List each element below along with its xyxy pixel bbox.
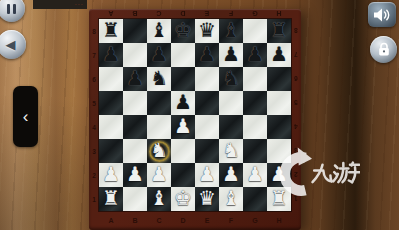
square-f5[interactable]	[219, 91, 243, 115]
square-b7[interactable]	[123, 43, 147, 67]
piece-white-pawn: ♟	[123, 163, 147, 187]
notice-bar: ···	[33, 0, 87, 9]
app-screen: ··· ◀ ‹ ABCDEFGH ABCDEFGH 87654321 87654…	[0, 0, 399, 230]
piece-white-pawn: ♟	[195, 163, 219, 187]
piece-white-queen: ♛	[195, 187, 219, 211]
file-label: E	[195, 213, 219, 228]
square-a8[interactable]: ♜	[99, 19, 123, 43]
rank-label: 8	[291, 19, 301, 43]
piece-black-knight: ♞	[147, 67, 171, 91]
square-f1[interactable]: ♝	[219, 187, 243, 211]
square-b2[interactable]: ♟	[123, 163, 147, 187]
coords-bottom: ABCDEFGH	[99, 213, 291, 228]
lock-button[interactable]	[370, 36, 397, 63]
file-label: B	[123, 9, 147, 19]
rank-label: 4	[291, 115, 301, 139]
chess-board: ABCDEFGH ABCDEFGH 87654321 87654321 ♜♝♚♛…	[89, 9, 301, 230]
square-d8[interactable]: ♚	[171, 19, 195, 43]
square-a5[interactable]	[99, 91, 123, 115]
rank-label: 2	[89, 163, 99, 187]
rank-label: 1	[89, 187, 99, 211]
pause-icon	[7, 4, 16, 14]
rank-label: 6	[291, 67, 301, 91]
rank-label: 7	[89, 43, 99, 67]
square-f2[interactable]: ♟	[219, 163, 243, 187]
piece-white-bishop: ♝	[219, 187, 243, 211]
rank-label: 4	[89, 115, 99, 139]
piece-white-knight: ♞	[219, 139, 243, 163]
square-g8[interactable]	[243, 19, 267, 43]
square-d4[interactable]: ♟	[171, 115, 195, 139]
square-a3[interactable]	[99, 139, 123, 163]
file-label: A	[99, 213, 123, 228]
square-d3[interactable]	[171, 139, 195, 163]
square-c6[interactable]: ♞	[147, 67, 171, 91]
piece-white-pawn: ♟	[147, 163, 171, 187]
sound-button[interactable]	[368, 2, 396, 27]
square-d5[interactable]: ♟	[171, 91, 195, 115]
square-c2[interactable]: ♟	[147, 163, 171, 187]
watermark-text	[310, 161, 360, 185]
coords-top: ABCDEFGH	[99, 9, 291, 19]
piece-black-rook: ♜	[99, 19, 123, 43]
piece-black-king: ♚	[171, 19, 195, 43]
square-c8[interactable]: ♝	[147, 19, 171, 43]
piece-white-king: ♚	[171, 187, 195, 211]
file-label: B	[123, 213, 147, 228]
square-h6[interactable]	[267, 67, 291, 91]
piece-black-bishop: ♝	[219, 19, 243, 43]
square-b1[interactable]	[123, 187, 147, 211]
square-e3[interactable]	[195, 139, 219, 163]
square-f8[interactable]: ♝	[219, 19, 243, 43]
square-g3[interactable]	[243, 139, 267, 163]
piece-black-pawn: ♟	[195, 43, 219, 67]
piece-black-pawn: ♟	[171, 91, 195, 115]
square-c4[interactable]	[147, 115, 171, 139]
piece-black-pawn: ♟	[267, 43, 291, 67]
square-e7[interactable]: ♟	[195, 43, 219, 67]
square-e1[interactable]: ♛	[195, 187, 219, 211]
square-b3[interactable]	[123, 139, 147, 163]
piece-black-pawn: ♟	[243, 43, 267, 67]
piece-white-pawn: ♟	[243, 163, 267, 187]
piece-white-bishop: ♝	[147, 187, 171, 211]
piece-black-queen: ♛	[195, 19, 219, 43]
piece-black-pawn: ♟	[147, 43, 171, 67]
square-f4[interactable]	[219, 115, 243, 139]
square-d1[interactable]: ♚	[171, 187, 195, 211]
square-e8[interactable]: ♛	[195, 19, 219, 43]
rank-label: 7	[291, 43, 301, 67]
square-g1[interactable]	[243, 187, 267, 211]
square-d2[interactable]	[171, 163, 195, 187]
square-h4[interactable]	[267, 115, 291, 139]
square-g5[interactable]	[243, 91, 267, 115]
file-label: G	[243, 9, 267, 19]
square-a4[interactable]	[99, 115, 123, 139]
square-h7[interactable]: ♟	[267, 43, 291, 67]
square-d7[interactable]	[171, 43, 195, 67]
square-g6[interactable]	[243, 67, 267, 91]
square-c3[interactable]: ♞	[147, 139, 171, 163]
watermark	[274, 145, 360, 207]
square-f3[interactable]: ♞	[219, 139, 243, 163]
square-b6[interactable]: ♟	[123, 67, 147, 91]
piece-black-pawn: ♟	[219, 43, 243, 67]
square-c1[interactable]: ♝	[147, 187, 171, 211]
square-c7[interactable]: ♟	[147, 43, 171, 67]
rank-label: 5	[89, 91, 99, 115]
square-f7[interactable]: ♟	[219, 43, 243, 67]
file-label: G	[243, 213, 267, 228]
piece-black-rook: ♜	[267, 19, 291, 43]
piece-white-pawn: ♟	[171, 115, 195, 139]
coords-left: 87654321	[89, 19, 99, 211]
file-label: C	[147, 213, 171, 228]
square-e4[interactable]	[195, 115, 219, 139]
rank-label: 8	[89, 19, 99, 43]
rank-label: 5	[291, 91, 301, 115]
file-label: H	[267, 213, 291, 228]
square-e5[interactable]	[195, 91, 219, 115]
square-a2[interactable]: ♟	[99, 163, 123, 187]
piece-white-pawn: ♟	[219, 163, 243, 187]
square-h8[interactable]: ♜	[267, 19, 291, 43]
square-g4[interactable]	[243, 115, 267, 139]
square-g2[interactable]: ♟	[243, 163, 267, 187]
rank-label: 6	[89, 67, 99, 91]
piece-white-pawn: ♟	[99, 163, 123, 187]
piece-white-knight: ♞	[147, 139, 171, 163]
square-e6[interactable]	[195, 67, 219, 91]
square-a6[interactable]	[99, 67, 123, 91]
chevron-left-icon: ‹	[23, 107, 29, 127]
square-b8[interactable]	[123, 19, 147, 43]
piece-black-bishop: ♝	[147, 19, 171, 43]
lock-icon	[377, 42, 391, 57]
file-label: D	[171, 213, 195, 228]
9game-logo-icon	[274, 147, 312, 201]
square-e2[interactable]: ♟	[195, 163, 219, 187]
square-b5[interactable]	[123, 91, 147, 115]
file-label: F	[219, 213, 243, 228]
speaker-icon	[373, 7, 391, 23]
board-grid: ♜♝♚♛♝♜♟♟♟♟♟♟♟♞♞♟♟♞♞♟♟♟♟♟♟♟♜♝♚♛♝♜	[99, 19, 291, 211]
square-c5[interactable]	[147, 91, 171, 115]
back-arrow-icon: ◀	[6, 37, 16, 52]
square-a1[interactable]: ♜	[99, 187, 123, 211]
square-h5[interactable]	[267, 91, 291, 115]
panel-toggle-tab[interactable]: ‹	[13, 86, 38, 147]
square-g7[interactable]: ♟	[243, 43, 267, 67]
piece-white-rook: ♜	[99, 187, 123, 211]
rank-label: 3	[89, 139, 99, 163]
square-d6[interactable]	[171, 67, 195, 91]
piece-black-pawn: ♟	[123, 67, 147, 91]
square-f6[interactable]: ♞	[219, 67, 243, 91]
piece-black-pawn: ♟	[99, 43, 123, 67]
square-b4[interactable]	[123, 115, 147, 139]
square-a7[interactable]: ♟	[99, 43, 123, 67]
piece-black-knight: ♞	[219, 67, 243, 91]
